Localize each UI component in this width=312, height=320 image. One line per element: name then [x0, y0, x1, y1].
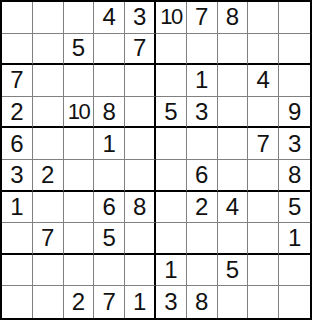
cell-r7c4[interactable]: 6 [94, 192, 125, 224]
cell-r6c3[interactable] [64, 160, 95, 192]
cell-r6c10[interactable]: 8 [279, 160, 310, 192]
cell-r7c8[interactable]: 4 [218, 192, 249, 224]
cell-r2c10[interactable] [279, 34, 310, 66]
cell-r1c10[interactable] [279, 2, 310, 34]
cell-r6c8[interactable] [218, 160, 249, 192]
cell-r6c2[interactable]: 2 [33, 160, 64, 192]
cell-r5c5[interactable] [125, 128, 156, 160]
cell-r2c9[interactable] [248, 34, 279, 66]
cell-r8c4[interactable]: 5 [94, 223, 125, 255]
cell-r10c2[interactable] [33, 286, 64, 318]
cell-r5c2[interactable] [33, 128, 64, 160]
cell-r7c5[interactable]: 8 [125, 192, 156, 224]
cell-r3c10[interactable] [279, 65, 310, 97]
cell-r1c5[interactable]: 3 [125, 2, 156, 34]
cell-r2c6[interactable] [156, 34, 187, 66]
cell-r3c7[interactable]: 1 [187, 65, 218, 97]
cell-r6c5[interactable] [125, 160, 156, 192]
cell-r5c1[interactable]: 6 [2, 128, 33, 160]
cell-r10c8[interactable] [218, 286, 249, 318]
cell-r6c9[interactable] [248, 160, 279, 192]
cell-r7c1[interactable]: 1 [2, 192, 33, 224]
cell-r4c4[interactable]: 8 [94, 97, 125, 129]
cell-r1c6[interactable]: 10 [156, 2, 187, 34]
cell-r5c9[interactable]: 7 [248, 128, 279, 160]
cell-r8c3[interactable] [64, 223, 95, 255]
cell-r2c3[interactable]: 5 [64, 34, 95, 66]
cell-r2c5[interactable]: 7 [125, 34, 156, 66]
cell-r3c3[interactable] [64, 65, 95, 97]
cell-r4c1[interactable]: 2 [2, 97, 33, 129]
cell-r9c1[interactable] [2, 255, 33, 287]
cell-r7c9[interactable] [248, 192, 279, 224]
sudoku-board: 4310785771421085396173326816824575115271… [0, 0, 312, 320]
cell-r8c5[interactable] [125, 223, 156, 255]
cell-r2c1[interactable] [2, 34, 33, 66]
cell-r9c4[interactable] [94, 255, 125, 287]
cell-r10c3[interactable]: 2 [64, 286, 95, 318]
cell-r4c6[interactable]: 5 [156, 97, 187, 129]
cell-r4c10[interactable]: 9 [279, 97, 310, 129]
cell-r4c3[interactable]: 10 [64, 97, 95, 129]
cell-r9c6[interactable]: 1 [156, 255, 187, 287]
cell-r10c10[interactable] [279, 286, 310, 318]
cell-r6c1[interactable]: 3 [2, 160, 33, 192]
cell-r3c8[interactable] [218, 65, 249, 97]
cell-r8c8[interactable] [218, 223, 249, 255]
cell-r10c7[interactable]: 8 [187, 286, 218, 318]
cell-r7c6[interactable] [156, 192, 187, 224]
cell-r4c2[interactable] [33, 97, 64, 129]
cell-r6c4[interactable] [94, 160, 125, 192]
cell-r2c2[interactable] [33, 34, 64, 66]
cell-r4c5[interactable] [125, 97, 156, 129]
cell-r3c2[interactable] [33, 65, 64, 97]
cell-r1c8[interactable]: 8 [218, 2, 249, 34]
cell-r10c5[interactable]: 1 [125, 286, 156, 318]
cell-r1c1[interactable] [2, 2, 33, 34]
cell-r5c10[interactable]: 3 [279, 128, 310, 160]
cell-r9c2[interactable] [33, 255, 64, 287]
cell-r8c6[interactable] [156, 223, 187, 255]
cell-r2c7[interactable] [187, 34, 218, 66]
cell-r8c10[interactable]: 1 [279, 223, 310, 255]
cell-r9c7[interactable] [187, 255, 218, 287]
cell-r10c4[interactable]: 7 [94, 286, 125, 318]
cell-r8c9[interactable] [248, 223, 279, 255]
cell-r8c7[interactable] [187, 223, 218, 255]
cell-r3c9[interactable]: 4 [248, 65, 279, 97]
cell-r9c5[interactable] [125, 255, 156, 287]
cell-r3c6[interactable] [156, 65, 187, 97]
cell-r7c2[interactable] [33, 192, 64, 224]
cell-r3c1[interactable]: 7 [2, 65, 33, 97]
cell-r5c4[interactable]: 1 [94, 128, 125, 160]
cell-r5c7[interactable] [187, 128, 218, 160]
cell-r7c7[interactable]: 2 [187, 192, 218, 224]
cell-r4c8[interactable] [218, 97, 249, 129]
cell-r1c9[interactable] [248, 2, 279, 34]
cell-r10c6[interactable]: 3 [156, 286, 187, 318]
cell-r4c7[interactable]: 3 [187, 97, 218, 129]
cell-r8c2[interactable]: 7 [33, 223, 64, 255]
cell-r1c3[interactable] [64, 2, 95, 34]
cell-r5c3[interactable] [64, 128, 95, 160]
cell-r3c4[interactable] [94, 65, 125, 97]
cell-r3c5[interactable] [125, 65, 156, 97]
cell-r5c8[interactable] [218, 128, 249, 160]
cell-r1c2[interactable] [33, 2, 64, 34]
cell-r5c6[interactable] [156, 128, 187, 160]
cell-r9c8[interactable]: 5 [218, 255, 249, 287]
cell-r9c9[interactable] [248, 255, 279, 287]
cell-r2c8[interactable] [218, 34, 249, 66]
cell-r9c3[interactable] [64, 255, 95, 287]
cell-r8c1[interactable] [2, 223, 33, 255]
cell-r6c7[interactable]: 6 [187, 160, 218, 192]
cell-r1c7[interactable]: 7 [187, 2, 218, 34]
cell-r10c1[interactable] [2, 286, 33, 318]
cell-r9c10[interactable] [279, 255, 310, 287]
cell-r6c6[interactable] [156, 160, 187, 192]
cell-r7c10[interactable]: 5 [279, 192, 310, 224]
cell-r4c9[interactable] [248, 97, 279, 129]
cell-r2c4[interactable] [94, 34, 125, 66]
cell-r7c3[interactable] [64, 192, 95, 224]
cell-r1c4[interactable]: 4 [94, 2, 125, 34]
cell-r10c9[interactable] [248, 286, 279, 318]
